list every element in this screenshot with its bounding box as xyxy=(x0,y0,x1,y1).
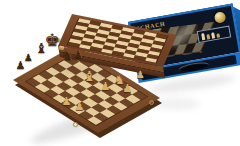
piece-thumbnail-icon xyxy=(206,34,210,39)
dark-pawn: ♟ xyxy=(16,60,26,71)
brass-clasp-icon xyxy=(55,38,61,43)
piece-thumbnail-icon xyxy=(216,33,220,37)
brass-ring-icon xyxy=(149,100,154,105)
product-photo-chess-set: SCHACH ♟♟♝♚♞♟♝♟♟♟♞♟♟ xyxy=(0,0,240,146)
brass-clasp-icon xyxy=(59,46,65,51)
shadow-right-of-board xyxy=(155,98,200,110)
dark-bishop: ♝ xyxy=(35,41,48,55)
dark-pawn: ♟ xyxy=(24,53,33,63)
brass-ring-icon xyxy=(73,122,78,127)
box-front-logo-icon xyxy=(178,61,209,73)
piece-thumbnail-icon xyxy=(211,32,215,38)
piece-thumbnail-icon xyxy=(201,33,205,40)
brand-emblem-icon xyxy=(214,11,227,24)
